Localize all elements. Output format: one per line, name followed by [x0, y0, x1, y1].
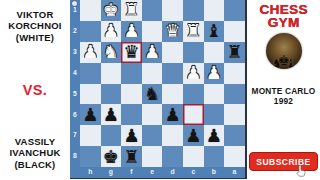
piece-bP-g6: ♟	[103, 105, 119, 123]
file-label-a: a	[224, 167, 245, 178]
piece-bP-b7: ♟	[206, 126, 222, 144]
piece-bP-c7: ♟	[185, 126, 201, 144]
piece-wN-g3: ♞	[103, 43, 119, 61]
piece-bR-f8: ♜	[123, 147, 139, 165]
event-info: MONTE CARLO 1992	[252, 86, 316, 108]
channel-panel: CHESS GYM ♞♚♝ MONTE CARLO 1992 SUBSCRIBE	[247, 0, 320, 180]
square-c5	[183, 84, 204, 105]
square-c6	[183, 104, 204, 125]
square-c3	[183, 42, 204, 63]
square-d3	[162, 42, 183, 63]
subscribe-button[interactable]: SUBSCRIBE	[249, 152, 318, 171]
chess-board: 1♚♜2♟♟♛♜♝3♟♞♛♟♜4♟♟5♞6♟♟♟7♟♟♟8♚♜hgfedcba	[70, 0, 247, 179]
channel-name: CHESS GYM	[259, 4, 308, 30]
square-d6: ♟	[162, 104, 183, 125]
square-f8: ♜	[121, 146, 142, 167]
black-name-line2: IVANCHUK	[9, 147, 60, 158]
square-h6: ♟	[80, 104, 101, 125]
square-e2	[142, 21, 163, 42]
rank-label-8: 8	[70, 146, 80, 167]
brand-line2: GYM	[259, 17, 308, 30]
coord-corner	[70, 167, 80, 178]
rank-label-7: 7	[70, 125, 80, 146]
piece-bP-d6: ♟	[165, 105, 181, 123]
square-b8	[204, 146, 225, 167]
piece-wP-f2: ♟	[123, 22, 139, 40]
square-b4: ♟	[204, 63, 225, 84]
square-b7: ♟	[204, 125, 225, 146]
square-b6	[204, 104, 225, 125]
piece-wR-c2: ♜	[185, 22, 201, 40]
square-e5: ♞	[142, 84, 163, 105]
square-h8	[80, 146, 101, 167]
file-label-g: g	[101, 167, 122, 178]
square-e8	[142, 146, 163, 167]
square-g1: ♚	[101, 0, 122, 21]
square-b2: ♝	[204, 21, 225, 42]
square-g5	[101, 84, 122, 105]
white-name-line2: KORCHNOI	[8, 20, 61, 31]
square-e1	[142, 0, 163, 21]
square-g8: ♚	[101, 146, 122, 167]
file-label-b: b	[204, 167, 225, 178]
square-d8	[162, 146, 183, 167]
file-label-f: f	[121, 167, 142, 178]
file-label-h: h	[80, 167, 101, 178]
piece-bR-a3: ♜	[226, 43, 242, 61]
square-h5	[80, 84, 101, 105]
subscribe-area: SUBSCRIBE	[249, 152, 318, 171]
square-a3: ♜	[224, 42, 245, 63]
square-a5	[224, 84, 245, 105]
square-b5	[204, 84, 225, 105]
square-d2: ♛	[162, 21, 183, 42]
piece-wQ-d2: ♛	[165, 22, 181, 40]
square-f3: ♛	[121, 42, 142, 63]
piece-bN-e5: ♞	[144, 85, 160, 103]
square-h7	[80, 125, 101, 146]
piece-bP-f7: ♟	[123, 126, 139, 144]
square-e6	[142, 104, 163, 125]
white-color-tag: (WHITE)	[8, 32, 61, 43]
square-g3: ♞	[101, 42, 122, 63]
square-f1: ♜	[121, 0, 142, 21]
piece-bQ-f3: ♛	[123, 43, 139, 61]
square-d7	[162, 125, 183, 146]
players-panel: VIKTOR KORCHNOI (WHITE) VS. VASSILY IVAN…	[0, 0, 70, 180]
rank-label-4: 4	[70, 63, 80, 84]
black-player-name: VASSILY IVANCHUK (BLACK)	[9, 136, 60, 170]
black-name-line1: VASSILY	[9, 136, 60, 147]
square-h2	[80, 21, 101, 42]
square-h4	[80, 63, 101, 84]
rank-label-6: 6	[70, 104, 80, 125]
square-f7: ♟	[121, 125, 142, 146]
white-name-line1: VIKTOR	[8, 9, 61, 20]
square-a1	[224, 0, 245, 21]
square-g4	[101, 63, 122, 84]
square-g6: ♟	[101, 104, 122, 125]
square-e4	[142, 63, 163, 84]
piece-wP-c4: ♟	[185, 64, 201, 82]
square-c7: ♟	[183, 125, 204, 146]
file-label-e: e	[142, 167, 163, 178]
square-e3: ♟	[142, 42, 163, 63]
square-a6	[224, 104, 245, 125]
piece-bB-b2: ♝	[206, 22, 222, 40]
square-c2: ♜	[183, 21, 204, 42]
file-label-d: d	[162, 167, 183, 178]
black-color-tag: (BLACK)	[9, 159, 60, 170]
square-e7	[142, 125, 163, 146]
square-d4	[162, 63, 183, 84]
square-d1	[162, 0, 183, 21]
logo-bishop-icon: ♝	[286, 58, 296, 69]
rank-label-2: 2	[70, 21, 80, 42]
square-h3: ♟	[80, 42, 101, 63]
square-b1	[204, 0, 225, 21]
square-d5	[162, 84, 183, 105]
square-a8	[224, 146, 245, 167]
square-c1	[183, 0, 204, 21]
piece-bP-h6: ♟	[82, 105, 98, 123]
file-label-c: c	[183, 167, 204, 178]
square-g2: ♟	[101, 21, 122, 42]
vs-label: VS.	[23, 82, 47, 98]
piece-wP-h3: ♟	[82, 43, 98, 61]
square-g7	[101, 125, 122, 146]
piece-wP-b4: ♟	[206, 64, 222, 82]
rank-label-3: 3	[70, 42, 80, 63]
video-thumbnail: VIKTOR KORCHNOI (WHITE) VS. VASSILY IVAN…	[0, 0, 320, 180]
square-h1	[80, 0, 101, 21]
piece-wP-e3: ♟	[144, 43, 160, 61]
piece-wR-f1: ♜	[123, 1, 139, 19]
square-f6	[121, 104, 142, 125]
rank-label-5: 5	[70, 84, 80, 105]
piece-bK-g8: ♚	[103, 147, 119, 165]
channel-logo: ♞♚♝	[266, 33, 302, 69]
event-name: MONTE CARLO	[252, 86, 316, 97]
event-year: 1992	[252, 96, 316, 107]
square-f4	[121, 63, 142, 84]
white-to-move-indicator	[72, 1, 77, 6]
square-c4: ♟	[183, 63, 204, 84]
piece-wK-g1: ♚	[103, 1, 119, 19]
square-f2: ♟	[121, 21, 142, 42]
white-player-name: VIKTOR KORCHNOI (WHITE)	[8, 9, 61, 43]
square-a7	[224, 125, 245, 146]
square-a4	[224, 63, 245, 84]
square-f5	[121, 84, 142, 105]
piece-wP-g2: ♟	[103, 22, 119, 40]
square-c8	[183, 146, 204, 167]
square-a2	[224, 21, 245, 42]
square-b3	[204, 42, 225, 63]
